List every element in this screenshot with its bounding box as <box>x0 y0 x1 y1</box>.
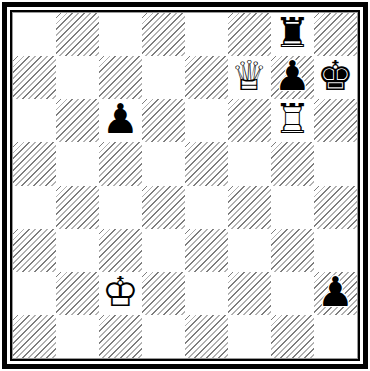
square-e1[interactable] <box>185 315 228 358</box>
square-c3[interactable] <box>99 229 142 272</box>
square-h3[interactable] <box>314 229 357 272</box>
square-g3[interactable] <box>271 229 314 272</box>
square-b1[interactable] <box>56 315 99 358</box>
square-a5[interactable] <box>13 142 56 185</box>
square-g6[interactable]: ♖ <box>271 99 314 142</box>
square-f7[interactable]: ♕ <box>228 56 271 99</box>
square-h4[interactable] <box>314 186 357 229</box>
square-d5[interactable] <box>142 142 185 185</box>
piece-black-rook-g8[interactable]: ♜ <box>274 13 311 54</box>
piece-white-king-c2[interactable]: ♔ <box>102 272 139 313</box>
square-d6[interactable] <box>142 99 185 142</box>
square-d3[interactable] <box>142 229 185 272</box>
square-b6[interactable] <box>56 99 99 142</box>
square-e6[interactable] <box>185 99 228 142</box>
square-h5[interactable] <box>314 142 357 185</box>
square-b5[interactable] <box>56 142 99 185</box>
square-a6[interactable] <box>13 99 56 142</box>
piece-black-king-h7[interactable]: ♚ <box>317 56 354 97</box>
square-c4[interactable] <box>99 186 142 229</box>
square-e3[interactable] <box>185 229 228 272</box>
square-h8[interactable] <box>314 13 357 56</box>
square-g7[interactable]: ♟ <box>271 56 314 99</box>
square-b4[interactable] <box>56 186 99 229</box>
square-c7[interactable] <box>99 56 142 99</box>
square-f1[interactable] <box>228 315 271 358</box>
square-a1[interactable] <box>13 315 56 358</box>
square-e5[interactable] <box>185 142 228 185</box>
square-d7[interactable] <box>142 56 185 99</box>
square-a4[interactable] <box>13 186 56 229</box>
piece-black-pawn-g7[interactable]: ♟ <box>274 56 311 97</box>
board-inner-frame: ♜♕♟♚♟♖♔♟ <box>10 10 360 361</box>
square-g4[interactable] <box>271 186 314 229</box>
square-b7[interactable] <box>56 56 99 99</box>
square-d4[interactable] <box>142 186 185 229</box>
square-g2[interactable] <box>271 272 314 315</box>
piece-white-queen-f7[interactable]: ♕ <box>231 56 268 97</box>
square-h6[interactable] <box>314 99 357 142</box>
square-e2[interactable] <box>185 272 228 315</box>
piece-black-pawn-c6[interactable]: ♟ <box>102 99 139 140</box>
square-f5[interactable] <box>228 142 271 185</box>
square-e8[interactable] <box>185 13 228 56</box>
square-d8[interactable] <box>142 13 185 56</box>
square-h1[interactable] <box>314 315 357 358</box>
square-f8[interactable] <box>228 13 271 56</box>
square-c6[interactable]: ♟ <box>99 99 142 142</box>
square-a2[interactable] <box>13 272 56 315</box>
square-c2[interactable]: ♔ <box>99 272 142 315</box>
square-h2[interactable]: ♟ <box>314 272 357 315</box>
square-a8[interactable] <box>13 13 56 56</box>
board-gray-frame: ♜♕♟♚♟♖♔♟ <box>12 12 358 359</box>
square-f6[interactable] <box>228 99 271 142</box>
board-outer-frame: ♜♕♟♚♟♖♔♟ <box>2 2 368 369</box>
piece-white-rook-g6[interactable]: ♖ <box>274 99 311 140</box>
square-f3[interactable] <box>228 229 271 272</box>
square-b2[interactable] <box>56 272 99 315</box>
square-a7[interactable] <box>13 56 56 99</box>
square-c5[interactable] <box>99 142 142 185</box>
square-a3[interactable] <box>13 229 56 272</box>
square-c8[interactable] <box>99 13 142 56</box>
square-b8[interactable] <box>56 13 99 56</box>
square-f4[interactable] <box>228 186 271 229</box>
chess-diagram: ♜♕♟♚♟♖♔♟ <box>0 0 370 371</box>
square-f2[interactable] <box>228 272 271 315</box>
square-g5[interactable] <box>271 142 314 185</box>
square-c1[interactable] <box>99 315 142 358</box>
square-h7[interactable]: ♚ <box>314 56 357 99</box>
square-g8[interactable]: ♜ <box>271 13 314 56</box>
square-e7[interactable] <box>185 56 228 99</box>
square-d2[interactable] <box>142 272 185 315</box>
chess-board-grid: ♜♕♟♚♟♖♔♟ <box>13 13 357 358</box>
piece-black-pawn-h2[interactable]: ♟ <box>317 272 354 313</box>
square-e4[interactable] <box>185 186 228 229</box>
square-g1[interactable] <box>271 315 314 358</box>
square-b3[interactable] <box>56 229 99 272</box>
square-d1[interactable] <box>142 315 185 358</box>
